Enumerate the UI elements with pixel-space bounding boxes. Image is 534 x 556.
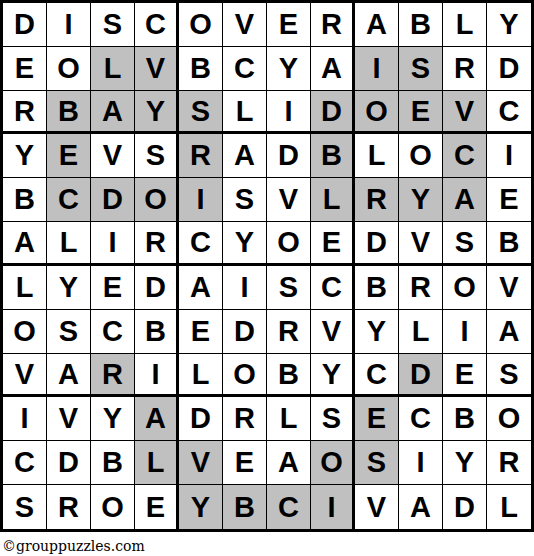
- cell-r10c11: B: [443, 397, 487, 441]
- cell-r5c10: Y: [399, 178, 443, 222]
- cell-r9c6: O: [223, 354, 267, 398]
- cell-r11c7: A: [267, 441, 311, 485]
- cell-r11c10: I: [399, 441, 443, 485]
- cell-r9c8: Y: [311, 354, 355, 398]
- cell-r6c7: O: [267, 222, 311, 266]
- cell-r12c4: E: [135, 485, 179, 529]
- cell-r1c4: C: [135, 3, 179, 47]
- cell-r12c11: D: [443, 485, 487, 529]
- cell-r6c6: Y: [223, 222, 267, 266]
- cell-r9c9: C: [355, 354, 399, 398]
- cell-r1c1: D: [3, 3, 47, 47]
- cell-r1c2: I: [47, 3, 91, 47]
- cell-r10c4: A: [135, 397, 179, 441]
- cell-r12c1: S: [3, 485, 47, 529]
- puzzle-page: DISCOVERABLYEOLVBCYAISRDRBAYSLIDOEVCYEVS…: [0, 0, 534, 556]
- cell-r8c9: Y: [355, 310, 399, 354]
- cell-r1c3: S: [91, 3, 135, 47]
- cell-r2c10: S: [399, 47, 443, 91]
- cell-r9c10: D: [399, 354, 443, 398]
- cell-r11c12: R: [487, 441, 531, 485]
- cell-r7c11: O: [443, 266, 487, 310]
- cell-r3c6: L: [223, 91, 267, 135]
- cell-r3c1: R: [3, 91, 47, 135]
- cell-r4c2: E: [47, 134, 91, 178]
- cell-r9c12: S: [487, 354, 531, 398]
- cell-r10c3: Y: [91, 397, 135, 441]
- cell-r11c11: Y: [443, 441, 487, 485]
- cell-r3c4: Y: [135, 91, 179, 135]
- cell-r3c3: A: [91, 91, 135, 135]
- cell-r2c9: I: [355, 47, 399, 91]
- cell-r4c11: C: [443, 134, 487, 178]
- cell-r1c5: O: [179, 3, 223, 47]
- cell-r4c3: V: [91, 134, 135, 178]
- cell-r5c8: L: [311, 178, 355, 222]
- cell-r9c7: B: [267, 354, 311, 398]
- cell-r1c12: Y: [487, 3, 531, 47]
- cell-r6c2: L: [47, 222, 91, 266]
- cell-r6c4: R: [135, 222, 179, 266]
- cell-r8c3: C: [91, 310, 135, 354]
- cell-r12c6: B: [223, 485, 267, 529]
- cell-r5c2: C: [47, 178, 91, 222]
- cell-r8c4: B: [135, 310, 179, 354]
- cell-r12c7: C: [267, 485, 311, 529]
- cell-r5c9: R: [355, 178, 399, 222]
- cell-r7c6: I: [223, 266, 267, 310]
- cell-r1c8: R: [311, 3, 355, 47]
- cell-r4c4: S: [135, 134, 179, 178]
- cell-r2c1: E: [3, 47, 47, 91]
- cell-r10c2: V: [47, 397, 91, 441]
- cell-r3c2: B: [47, 91, 91, 135]
- cell-r4c10: O: [399, 134, 443, 178]
- cell-r8c6: D: [223, 310, 267, 354]
- cell-r7c9: B: [355, 266, 399, 310]
- cell-r11c1: C: [3, 441, 47, 485]
- cell-r3c11: V: [443, 91, 487, 135]
- cell-r5c11: A: [443, 178, 487, 222]
- puzzle-grid: DISCOVERABLYEOLVBCYAISRDRBAYSLIDOEVCYEVS…: [0, 0, 534, 532]
- cell-r7c12: V: [487, 266, 531, 310]
- cell-r10c10: C: [399, 397, 443, 441]
- cell-r9c11: E: [443, 354, 487, 398]
- cell-r10c9: E: [355, 397, 399, 441]
- cell-r1c9: A: [355, 3, 399, 47]
- cell-r4c1: Y: [3, 134, 47, 178]
- cell-r7c5: A: [179, 266, 223, 310]
- cell-r6c9: D: [355, 222, 399, 266]
- cell-r5c5: I: [179, 178, 223, 222]
- cell-r12c12: L: [487, 485, 531, 529]
- cell-r7c4: D: [135, 266, 179, 310]
- cell-r3c10: E: [399, 91, 443, 135]
- cell-r4c6: A: [223, 134, 267, 178]
- cell-r12c5: Y: [179, 485, 223, 529]
- cell-r2c5: B: [179, 47, 223, 91]
- cell-r12c10: A: [399, 485, 443, 529]
- cell-r12c9: V: [355, 485, 399, 529]
- cell-r7c1: L: [3, 266, 47, 310]
- cell-r8c2: S: [47, 310, 91, 354]
- cell-r11c5: V: [179, 441, 223, 485]
- cell-r1c7: E: [267, 3, 311, 47]
- cell-r11c2: D: [47, 441, 91, 485]
- cell-r2c11: R: [443, 47, 487, 91]
- cell-r1c11: L: [443, 3, 487, 47]
- cell-r8c10: L: [399, 310, 443, 354]
- cell-r7c8: C: [311, 266, 355, 310]
- cell-r3c8: D: [311, 91, 355, 135]
- cell-r5c7: V: [267, 178, 311, 222]
- cell-r4c9: L: [355, 134, 399, 178]
- cell-r9c3: R: [91, 354, 135, 398]
- cell-r11c9: S: [355, 441, 399, 485]
- cell-r9c2: A: [47, 354, 91, 398]
- cell-r2c6: C: [223, 47, 267, 91]
- cell-r9c5: L: [179, 354, 223, 398]
- cell-r10c5: D: [179, 397, 223, 441]
- cell-r3c7: I: [267, 91, 311, 135]
- cell-r2c2: O: [47, 47, 91, 91]
- cell-r7c7: S: [267, 266, 311, 310]
- cell-r5c6: S: [223, 178, 267, 222]
- cell-r10c8: S: [311, 397, 355, 441]
- cell-r10c1: I: [3, 397, 47, 441]
- cell-r8c11: I: [443, 310, 487, 354]
- cell-r8c7: R: [267, 310, 311, 354]
- cell-r11c6: E: [223, 441, 267, 485]
- cell-r5c12: E: [487, 178, 531, 222]
- cell-r4c12: I: [487, 134, 531, 178]
- cell-r12c8: I: [311, 485, 355, 529]
- cell-r8c5: E: [179, 310, 223, 354]
- cell-r12c2: R: [47, 485, 91, 529]
- cell-r4c8: B: [311, 134, 355, 178]
- cell-r12c3: O: [91, 485, 135, 529]
- cell-r11c8: O: [311, 441, 355, 485]
- cell-r6c1: A: [3, 222, 47, 266]
- cell-r8c12: A: [487, 310, 531, 354]
- cell-r5c3: D: [91, 178, 135, 222]
- cell-r2c7: Y: [267, 47, 311, 91]
- cell-r1c6: V: [223, 3, 267, 47]
- cell-r3c12: C: [487, 91, 531, 135]
- cell-r7c3: E: [91, 266, 135, 310]
- cell-r7c10: R: [399, 266, 443, 310]
- cell-r3c5: S: [179, 91, 223, 135]
- cell-r5c4: O: [135, 178, 179, 222]
- cell-r4c5: R: [179, 134, 223, 178]
- cell-r11c4: L: [135, 441, 179, 485]
- cell-r10c6: R: [223, 397, 267, 441]
- cell-r2c12: D: [487, 47, 531, 91]
- cell-r5c1: B: [3, 178, 47, 222]
- cell-r11c3: B: [91, 441, 135, 485]
- cell-r1c10: B: [399, 3, 443, 47]
- cell-r6c12: B: [487, 222, 531, 266]
- cell-r8c1: O: [3, 310, 47, 354]
- cell-r6c11: S: [443, 222, 487, 266]
- cell-r4c7: D: [267, 134, 311, 178]
- cell-r9c4: I: [135, 354, 179, 398]
- cell-r2c3: L: [91, 47, 135, 91]
- cell-r6c10: V: [399, 222, 443, 266]
- cell-r3c9: O: [355, 91, 399, 135]
- cell-r6c3: I: [91, 222, 135, 266]
- cell-r10c12: O: [487, 397, 531, 441]
- cell-r6c5: C: [179, 222, 223, 266]
- cell-r10c7: L: [267, 397, 311, 441]
- cell-r9c1: V: [3, 354, 47, 398]
- cell-r6c8: E: [311, 222, 355, 266]
- cell-r7c2: Y: [47, 266, 91, 310]
- copyright-credit: ©grouppuzzles.com: [2, 538, 145, 554]
- cell-r2c4: V: [135, 47, 179, 91]
- cell-r2c8: A: [311, 47, 355, 91]
- cell-r8c8: V: [311, 310, 355, 354]
